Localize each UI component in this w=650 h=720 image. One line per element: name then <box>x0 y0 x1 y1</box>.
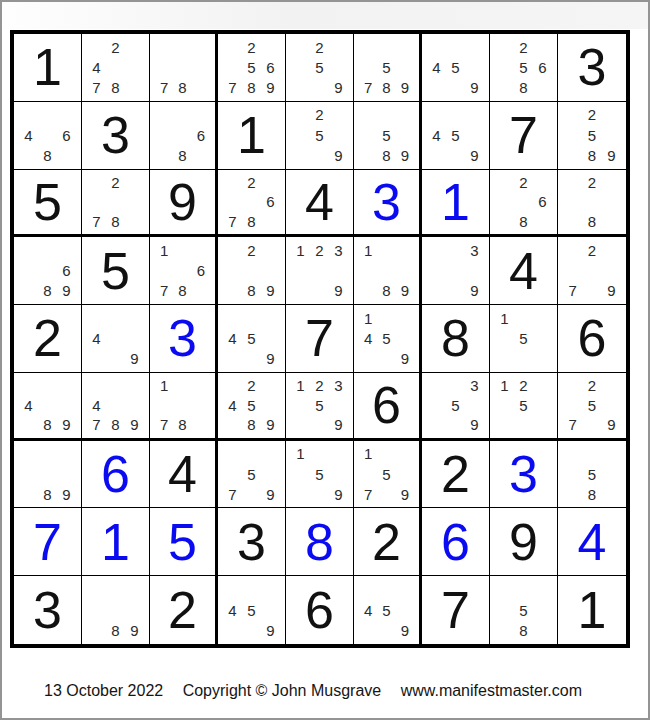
cell-r5c9[interactable]: 6 <box>558 305 626 373</box>
cell-r9c6[interactable]: 459 <box>354 576 422 644</box>
candidate-digit: 2 <box>242 37 261 57</box>
candidate-digit: 9 <box>396 620 414 641</box>
candidate-grid: 68 <box>155 105 210 166</box>
given-digit: 6 <box>372 379 401 431</box>
given-digit: 2 <box>33 312 62 364</box>
candidate-digit: 4 <box>359 600 377 621</box>
cell-r4c5[interactable]: 1239 <box>286 237 354 305</box>
candidate-digit: 5 <box>242 328 261 348</box>
candidate-grid: 24589 <box>223 376 280 435</box>
candidate-grid: 689 <box>19 240 76 301</box>
cell-r3c9[interactable]: 28 <box>558 170 626 238</box>
candidate-digit: 9 <box>329 415 348 435</box>
candidate-digit: 5 <box>242 57 261 77</box>
candidate-digit: 7 <box>359 484 377 504</box>
cell-r6c9[interactable]: 2579 <box>558 373 626 441</box>
candidate-digit: 5 <box>514 57 533 77</box>
candidate-digit: 8 <box>173 415 191 435</box>
cell-r5c4[interactable]: 459 <box>218 305 286 373</box>
cell-r3c8[interactable]: 268 <box>490 170 558 238</box>
cell-r1c3[interactable]: 78 <box>150 34 218 102</box>
cell-r5c2[interactable]: 49 <box>82 305 150 373</box>
candidate-digit: 9 <box>57 484 76 504</box>
cell-r7c3[interactable]: 4 <box>150 441 218 509</box>
cell-r5c5[interactable]: 7 <box>286 305 354 373</box>
candidate-digit: 6 <box>57 261 76 281</box>
cell-r8c9[interactable]: 4 <box>558 508 626 576</box>
cell-r5c1[interactable]: 2 <box>14 305 82 373</box>
cell-r2c6[interactable]: 589 <box>354 102 422 170</box>
candidate-digit: 9 <box>396 281 414 301</box>
candidate-digit: 9 <box>329 484 348 504</box>
given-digit: 1 <box>33 41 62 93</box>
cell-r6c2[interactable]: 4789 <box>82 373 150 441</box>
candidate-digit: 2 <box>310 37 329 57</box>
cell-r4c6[interactable]: 189 <box>354 237 422 305</box>
cell-r1c6[interactable]: 5789 <box>354 34 422 102</box>
cell-r1c1[interactable]: 1 <box>14 34 82 102</box>
cell-r1c9[interactable]: 3 <box>558 34 626 102</box>
candidate-digit: 5 <box>242 464 261 484</box>
cell-r6c7[interactable]: 359 <box>422 373 490 441</box>
candidate-grid: 459 <box>427 37 484 98</box>
candidate-digit: 3 <box>465 376 484 396</box>
candidate-grid: 189 <box>359 240 414 301</box>
candidate-digit: 1 <box>155 376 173 396</box>
cell-r8c6[interactable]: 2 <box>354 508 422 576</box>
cell-r2c2[interactable]: 3 <box>82 102 150 170</box>
candidate-digit: 6 <box>533 57 552 77</box>
candidate-digit: 4 <box>359 328 377 348</box>
candidate-digit: 2 <box>310 105 329 125</box>
candidate-digit: 7 <box>563 281 582 301</box>
candidate-digit: 7 <box>223 484 242 504</box>
cell-r9c5[interactable]: 6 <box>286 576 354 644</box>
cell-r5c3[interactable]: 3 <box>150 305 218 373</box>
candidate-digit: 8 <box>582 484 601 504</box>
candidate-grid: 589 <box>359 105 414 166</box>
cell-r3c6[interactable]: 3 <box>354 170 422 238</box>
cell-r4c9[interactable]: 279 <box>558 237 626 305</box>
candidate-digit: 2 <box>514 37 533 57</box>
candidate-grid: 468 <box>19 105 76 166</box>
cell-r1c5[interactable]: 259 <box>286 34 354 102</box>
cell-r9c7[interactable]: 7 <box>422 576 490 644</box>
candidate-digit: 8 <box>377 281 395 301</box>
solved-digit: 3 <box>509 448 538 500</box>
candidate-digit: 5 <box>377 328 395 348</box>
candidate-grid: 28 <box>563 173 621 232</box>
candidate-digit: 5 <box>242 395 261 415</box>
candidate-digit: 2 <box>582 173 601 193</box>
candidate-grid: 459 <box>427 105 484 166</box>
candidate-digit: 9 <box>602 415 621 435</box>
cell-r9c9[interactable]: 1 <box>558 576 626 644</box>
candidate-digit: 9 <box>465 415 484 435</box>
given-digit: 6 <box>305 584 334 636</box>
candidate-digit: 8 <box>514 78 533 98</box>
cell-r5c7[interactable]: 8 <box>422 305 490 373</box>
candidate-digit: 1 <box>291 376 310 396</box>
given-digit: 4 <box>305 176 334 228</box>
cell-r8c8[interactable]: 9 <box>490 508 558 576</box>
given-digit: 4 <box>509 245 538 297</box>
candidate-grid: 268 <box>495 173 552 232</box>
candidate-digit: 7 <box>223 212 242 232</box>
given-digit: 9 <box>168 176 197 228</box>
candidate-digit: 4 <box>223 600 242 621</box>
candidate-digit: 6 <box>261 57 280 77</box>
candidate-digit: 8 <box>38 281 57 301</box>
top-band <box>2 2 648 29</box>
cell-r2c9[interactable]: 2589 <box>558 102 626 170</box>
candidate-digit: 8 <box>377 145 395 165</box>
cell-r2c3[interactable]: 68 <box>150 102 218 170</box>
footer-date: 13 October 2022 <box>44 682 163 699</box>
cell-r3c1[interactable]: 5 <box>14 170 82 238</box>
candidate-digit: 4 <box>427 125 446 145</box>
given-digit: 2 <box>372 516 401 568</box>
cell-r8c1[interactable]: 7 <box>14 508 82 576</box>
cell-r9c3[interactable]: 2 <box>150 576 218 644</box>
given-digit: 2 <box>441 448 470 500</box>
candidate-digit: 6 <box>192 261 210 281</box>
given-digit: 5 <box>33 176 62 228</box>
candidate-digit: 1 <box>291 444 310 464</box>
cell-r7c4[interactable]: 579 <box>218 441 286 509</box>
cell-r2c5[interactable]: 259 <box>286 102 354 170</box>
cell-r4c1[interactable]: 689 <box>14 237 82 305</box>
candidate-digit: 3 <box>329 376 348 396</box>
candidate-digit: 1 <box>155 240 173 260</box>
candidate-digit: 4 <box>223 395 242 415</box>
cell-r9c8[interactable]: 58 <box>490 576 558 644</box>
candidate-grid: 78 <box>155 37 210 98</box>
candidate-digit: 3 <box>465 240 484 260</box>
candidate-digit: 9 <box>396 145 414 165</box>
candidate-grid: 5789 <box>359 37 414 98</box>
cell-r7c9[interactable]: 58 <box>558 441 626 509</box>
candidate-digit: 2 <box>242 376 261 396</box>
candidate-digit: 5 <box>310 57 329 77</box>
candidate-digit: 7 <box>359 78 377 98</box>
given-digit: 6 <box>578 312 607 364</box>
candidate-digit: 5 <box>377 57 395 77</box>
candidate-digit: 5 <box>446 57 465 77</box>
candidate-digit: 2 <box>514 173 533 193</box>
cell-r1c7[interactable]: 459 <box>422 34 490 102</box>
candidate-grid: 58 <box>563 444 621 505</box>
cell-r3c7[interactable]: 1 <box>422 170 490 238</box>
candidate-digit: 9 <box>329 78 348 98</box>
solved-digit: 6 <box>101 448 130 500</box>
cell-r8c7[interactable]: 6 <box>422 508 490 576</box>
candidate-digit: 8 <box>173 78 191 98</box>
cell-r3c3[interactable]: 9 <box>150 170 218 238</box>
candidate-grid: 489 <box>19 376 76 435</box>
cell-r7c8[interactable]: 3 <box>490 441 558 509</box>
candidate-grid: 125 <box>495 376 552 435</box>
candidate-grid: 279 <box>563 240 621 301</box>
candidate-digit: 2 <box>106 37 125 57</box>
candidate-digit: 4 <box>87 328 106 348</box>
candidate-digit: 7 <box>223 78 242 98</box>
solved-digit: 7 <box>33 516 62 568</box>
candidate-digit: 5 <box>582 464 601 484</box>
candidate-digit: 7 <box>155 78 173 98</box>
solved-digit: 1 <box>101 516 130 568</box>
candidate-digit: 8 <box>582 145 601 165</box>
candidate-digit: 1 <box>495 308 514 328</box>
candidate-digit: 2 <box>514 376 533 396</box>
candidate-digit: 4 <box>427 57 446 77</box>
solved-digit: 5 <box>168 516 197 568</box>
candidate-grid: 1579 <box>359 444 414 505</box>
candidate-digit: 8 <box>106 415 125 435</box>
candidate-digit: 5 <box>377 464 395 484</box>
given-digit: 2 <box>168 584 197 636</box>
given-digit: 8 <box>441 312 470 364</box>
candidate-grid: 259 <box>291 37 348 98</box>
cell-r7c7[interactable]: 2 <box>422 441 490 509</box>
candidate-digit: 5 <box>514 395 533 415</box>
cell-r6c4[interactable]: 24589 <box>218 373 286 441</box>
cell-r3c5[interactable]: 4 <box>286 170 354 238</box>
candidate-digit: 2 <box>310 240 329 260</box>
candidate-digit: 9 <box>57 415 76 435</box>
given-digit: 1 <box>237 109 266 161</box>
cell-r1c2[interactable]: 2478 <box>82 34 150 102</box>
cell-r2c1[interactable]: 468 <box>14 102 82 170</box>
given-digit: 5 <box>101 245 130 297</box>
candidate-digit: 5 <box>310 464 329 484</box>
cell-r6c5[interactable]: 12359 <box>286 373 354 441</box>
candidate-digit: 4 <box>19 395 38 415</box>
candidate-digit: 2 <box>582 105 601 125</box>
given-digit: 7 <box>305 312 334 364</box>
cell-r1c8[interactable]: 2568 <box>490 34 558 102</box>
candidate-digit: 5 <box>514 328 533 348</box>
cell-r8c3[interactable]: 5 <box>150 508 218 576</box>
given-digit: 3 <box>237 516 266 568</box>
candidate-digit: 5 <box>377 125 395 145</box>
solved-digit: 1 <box>441 176 470 228</box>
candidate-grid: 459 <box>223 579 280 641</box>
given-digit: 4 <box>168 448 197 500</box>
given-digit: 3 <box>33 584 62 636</box>
candidate-grid: 89 <box>87 579 144 641</box>
candidate-grid: 2579 <box>563 376 621 435</box>
given-digit: 7 <box>441 584 470 636</box>
cell-r4c8[interactable]: 4 <box>490 237 558 305</box>
candidate-digit: 8 <box>514 212 533 232</box>
candidate-digit: 9 <box>57 281 76 301</box>
candidate-grid: 2678 <box>223 173 280 232</box>
candidate-digit: 3 <box>329 240 348 260</box>
candidate-digit: 8 <box>377 78 395 98</box>
candidate-digit: 1 <box>359 308 377 328</box>
footer-website: www.manifestmaster.com <box>401 682 582 699</box>
candidate-digit: 5 <box>582 125 601 145</box>
cell-r2c4[interactable]: 1 <box>218 102 286 170</box>
cell-r8c5[interactable]: 8 <box>286 508 354 576</box>
candidate-digit: 8 <box>242 415 261 435</box>
candidate-digit: 8 <box>242 212 261 232</box>
solved-digit: 6 <box>441 516 470 568</box>
candidate-digit: 7 <box>155 415 173 435</box>
cell-r7c2[interactable]: 6 <box>82 441 150 509</box>
candidate-digit: 4 <box>87 57 106 77</box>
cell-r6c6[interactable]: 6 <box>354 373 422 441</box>
candidate-grid: 49 <box>87 308 144 369</box>
candidate-digit: 5 <box>582 395 601 415</box>
candidate-grid: 4789 <box>87 376 144 435</box>
footer: 13 October 2022 Copyright © John Musgrav… <box>2 681 648 700</box>
candidate-digit: 8 <box>242 281 261 301</box>
candidate-digit: 4 <box>87 395 106 415</box>
cell-r7c1[interactable]: 89 <box>14 441 82 509</box>
given-digit: 3 <box>101 109 130 161</box>
candidate-digit: 1 <box>359 444 377 464</box>
page: 1247878256789259578945925683468368125958… <box>0 0 650 720</box>
candidate-grid: 58 <box>495 579 552 641</box>
candidate-grid: 459 <box>359 579 414 641</box>
cell-r3c2[interactable]: 278 <box>82 170 150 238</box>
cell-r9c4[interactable]: 459 <box>218 576 286 644</box>
candidate-digit: 5 <box>514 600 533 621</box>
candidate-digit: 8 <box>106 78 125 98</box>
candidate-digit: 9 <box>465 145 484 165</box>
candidate-digit: 9 <box>125 349 144 369</box>
candidate-digit: 8 <box>38 415 57 435</box>
candidate-grid: 159 <box>291 444 348 505</box>
candidate-digit: 8 <box>173 281 191 301</box>
cell-r6c8[interactable]: 125 <box>490 373 558 441</box>
candidate-digit: 9 <box>396 78 414 98</box>
candidate-grid: 256789 <box>223 37 280 98</box>
cell-r8c4[interactable]: 3 <box>218 508 286 576</box>
cell-r4c7[interactable]: 39 <box>422 237 490 305</box>
candidate-digit: 1 <box>495 376 514 396</box>
candidate-digit: 2 <box>106 173 125 193</box>
candidate-grid: 2568 <box>495 37 552 98</box>
candidate-digit: 5 <box>377 600 395 621</box>
candidate-digit: 9 <box>465 281 484 301</box>
candidate-digit: 5 <box>242 600 261 621</box>
candidate-digit: 8 <box>38 484 57 504</box>
solved-digit: 4 <box>578 516 607 568</box>
cell-r5c6[interactable]: 1459 <box>354 305 422 373</box>
cell-r7c5[interactable]: 159 <box>286 441 354 509</box>
candidate-digit: 7 <box>87 212 106 232</box>
candidate-digit: 1 <box>359 240 377 260</box>
candidate-grid: 459 <box>223 308 280 369</box>
candidate-digit: 2 <box>242 173 261 193</box>
candidate-digit: 8 <box>582 212 601 232</box>
candidate-digit: 7 <box>155 281 173 301</box>
candidate-grid: 39 <box>427 240 484 301</box>
candidate-digit: 2 <box>582 376 601 396</box>
candidate-digit: 5 <box>446 125 465 145</box>
cell-r2c7[interactable]: 459 <box>422 102 490 170</box>
candidate-digit: 9 <box>602 145 621 165</box>
candidate-digit: 9 <box>465 78 484 98</box>
candidate-digit: 4 <box>223 328 242 348</box>
candidate-digit: 5 <box>446 395 465 415</box>
solved-digit: 3 <box>168 312 197 364</box>
given-digit: 1 <box>578 584 607 636</box>
cell-r6c3[interactable]: 178 <box>150 373 218 441</box>
candidate-digit: 6 <box>533 192 552 212</box>
candidate-digit: 9 <box>261 484 280 504</box>
candidate-grid: 359 <box>427 376 484 435</box>
candidate-digit: 9 <box>329 281 348 301</box>
cell-r5c8[interactable]: 15 <box>490 305 558 373</box>
candidate-digit: 9 <box>329 145 348 165</box>
cell-r4c3[interactable]: 1678 <box>150 237 218 305</box>
candidate-grid: 1459 <box>359 308 414 369</box>
candidate-grid: 178 <box>155 376 210 435</box>
candidate-digit: 1 <box>291 240 310 260</box>
cell-r2c8[interactable]: 7 <box>490 102 558 170</box>
cell-r4c2[interactable]: 5 <box>82 237 150 305</box>
candidate-digit: 8 <box>106 620 125 641</box>
candidate-digit: 9 <box>396 349 414 369</box>
cell-r1c4[interactable]: 256789 <box>218 34 286 102</box>
candidate-digit: 9 <box>261 620 280 641</box>
candidate-grid: 12359 <box>291 376 348 435</box>
candidate-digit: 6 <box>192 125 210 145</box>
candidate-digit: 2 <box>310 376 329 396</box>
candidate-digit: 7 <box>87 78 106 98</box>
candidate-digit: 8 <box>242 78 261 98</box>
candidate-digit: 9 <box>261 349 280 369</box>
candidate-digit: 9 <box>261 415 280 435</box>
candidate-digit: 4 <box>19 125 38 145</box>
candidate-digit: 8 <box>514 620 533 641</box>
given-digit: 9 <box>509 516 538 568</box>
cell-r7c6[interactable]: 1579 <box>354 441 422 509</box>
candidate-grid: 278 <box>87 173 144 232</box>
candidate-digit: 8 <box>173 145 191 165</box>
cell-r6c1[interactable]: 489 <box>14 373 82 441</box>
sudoku-board: 1247878256789259578945925683468368125958… <box>10 30 630 648</box>
candidate-digit: 7 <box>87 415 106 435</box>
candidate-digit: 9 <box>125 415 144 435</box>
candidate-digit: 5 <box>310 395 329 415</box>
footer-copyright: Copyright © John Musgrave <box>183 682 382 699</box>
given-digit: 7 <box>509 109 538 161</box>
given-digit: 3 <box>578 41 607 93</box>
candidate-digit: 9 <box>602 281 621 301</box>
cell-r8c2[interactable]: 1 <box>82 508 150 576</box>
candidate-grid: 2589 <box>563 105 621 166</box>
candidate-digit: 5 <box>310 125 329 145</box>
cell-r9c1[interactable]: 3 <box>14 576 82 644</box>
cell-r3c4[interactable]: 2678 <box>218 170 286 238</box>
candidate-grid: 1239 <box>291 240 348 301</box>
candidate-digit: 8 <box>106 212 125 232</box>
candidate-digit: 7 <box>563 415 582 435</box>
cell-r4c4[interactable]: 289 <box>218 237 286 305</box>
cell-r9c2[interactable]: 89 <box>82 576 150 644</box>
candidate-digit: 9 <box>261 78 280 98</box>
candidate-digit: 9 <box>261 281 280 301</box>
candidate-digit: 8 <box>38 145 57 165</box>
candidate-grid: 1678 <box>155 240 210 301</box>
solved-digit: 3 <box>372 176 401 228</box>
candidate-digit: 9 <box>125 620 144 641</box>
